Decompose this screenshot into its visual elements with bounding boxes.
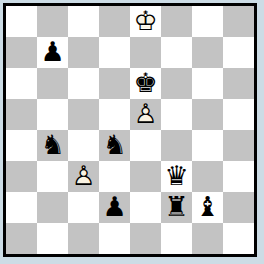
piece-black-king[interactable]: ♚	[130, 68, 161, 99]
square-e5[interactable]: ♟♙	[130, 99, 161, 130]
square-f3[interactable]: ♛	[161, 161, 192, 192]
square-f6[interactable]	[161, 68, 192, 99]
black-rook-icon: ♜	[161, 192, 192, 223]
square-h3[interactable]	[223, 161, 254, 192]
black-pawn-icon: ♟	[37, 37, 68, 68]
square-a8[interactable]	[6, 6, 37, 37]
square-h7[interactable]	[223, 37, 254, 68]
square-a2[interactable]	[6, 192, 37, 223]
square-b8[interactable]	[37, 6, 68, 37]
square-g1[interactable]	[192, 223, 223, 254]
square-e3[interactable]	[130, 161, 161, 192]
piece-black-bishop[interactable]: ♝	[192, 192, 223, 223]
square-e7[interactable]	[130, 37, 161, 68]
square-a7[interactable]	[6, 37, 37, 68]
square-b1[interactable]	[37, 223, 68, 254]
square-g8[interactable]	[192, 6, 223, 37]
black-knight-icon: ♞	[99, 130, 130, 161]
square-h6[interactable]	[223, 68, 254, 99]
square-c2[interactable]	[68, 192, 99, 223]
square-c8[interactable]	[68, 6, 99, 37]
square-h1[interactable]	[223, 223, 254, 254]
square-d6[interactable]	[99, 68, 130, 99]
square-f7[interactable]	[161, 37, 192, 68]
square-d3[interactable]	[99, 161, 130, 192]
square-c4[interactable]	[68, 130, 99, 161]
square-h8[interactable]	[223, 6, 254, 37]
square-g4[interactable]	[192, 130, 223, 161]
piece-white-pawn[interactable]: ♟♙	[68, 161, 99, 192]
square-f4[interactable]	[161, 130, 192, 161]
square-c3[interactable]: ♟♙	[68, 161, 99, 192]
piece-black-knight[interactable]: ♞	[99, 130, 130, 161]
square-d5[interactable]	[99, 99, 130, 130]
square-b5[interactable]	[37, 99, 68, 130]
black-king-icon: ♚	[130, 68, 161, 99]
square-a3[interactable]	[6, 161, 37, 192]
piece-black-knight[interactable]: ♞	[37, 130, 68, 161]
square-d8[interactable]	[99, 6, 130, 37]
square-f5[interactable]	[161, 99, 192, 130]
square-c5[interactable]	[68, 99, 99, 130]
square-d1[interactable]	[99, 223, 130, 254]
square-a5[interactable]	[6, 99, 37, 130]
square-g6[interactable]	[192, 68, 223, 99]
square-d2[interactable]: ♟	[99, 192, 130, 223]
square-e6[interactable]: ♚	[130, 68, 161, 99]
square-g3[interactable]	[192, 161, 223, 192]
white-pawn-icon: ♙	[130, 99, 161, 130]
piece-black-pawn[interactable]: ♟	[99, 192, 130, 223]
square-e1[interactable]	[130, 223, 161, 254]
square-h5[interactable]	[223, 99, 254, 130]
square-b7[interactable]: ♟	[37, 37, 68, 68]
square-b6[interactable]	[37, 68, 68, 99]
square-f8[interactable]	[161, 6, 192, 37]
square-c1[interactable]	[68, 223, 99, 254]
square-e8[interactable]: ♚♔	[130, 6, 161, 37]
square-d7[interactable]	[99, 37, 130, 68]
square-a4[interactable]	[6, 130, 37, 161]
square-g5[interactable]	[192, 99, 223, 130]
square-e2[interactable]	[130, 192, 161, 223]
square-a6[interactable]	[6, 68, 37, 99]
square-b3[interactable]	[37, 161, 68, 192]
piece-black-pawn[interactable]: ♟	[37, 37, 68, 68]
square-c7[interactable]	[68, 37, 99, 68]
square-h2[interactable]	[223, 192, 254, 223]
square-h4[interactable]	[223, 130, 254, 161]
chess-board: ♚♔♟♚♟♙♞♞♟♙♛♟♜♝	[3, 3, 257, 257]
square-d4[interactable]: ♞	[99, 130, 130, 161]
square-g2[interactable]: ♝	[192, 192, 223, 223]
square-g7[interactable]	[192, 37, 223, 68]
piece-white-king[interactable]: ♚♔	[130, 6, 161, 37]
white-pawn-icon: ♙	[68, 161, 99, 192]
piece-black-queen[interactable]: ♛	[161, 161, 192, 192]
square-e4[interactable]	[130, 130, 161, 161]
white-king-icon: ♔	[130, 6, 161, 37]
square-f1[interactable]	[161, 223, 192, 254]
square-a1[interactable]	[6, 223, 37, 254]
piece-white-pawn[interactable]: ♟♙	[130, 99, 161, 130]
black-pawn-icon: ♟	[99, 192, 130, 223]
square-b4[interactable]: ♞	[37, 130, 68, 161]
black-bishop-icon: ♝	[192, 192, 223, 223]
black-queen-icon: ♛	[161, 161, 192, 192]
square-f2[interactable]: ♜	[161, 192, 192, 223]
board-frame: ♚♔♟♚♟♙♞♞♟♙♛♟♜♝	[0, 0, 264, 264]
square-b2[interactable]	[37, 192, 68, 223]
square-c6[interactable]	[68, 68, 99, 99]
piece-black-rook[interactable]: ♜	[161, 192, 192, 223]
black-knight-icon: ♞	[37, 130, 68, 161]
